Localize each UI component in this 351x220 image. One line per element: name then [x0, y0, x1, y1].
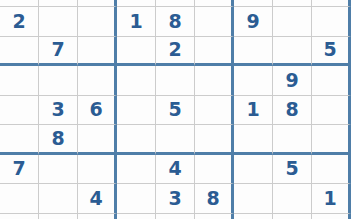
- cell-r7c9-empty[interactable]: [312, 155, 351, 185]
- cell-r9c8-empty[interactable]: [273, 214, 312, 220]
- cell-r5c1-empty[interactable]: [0, 96, 39, 126]
- cell-r7c2-empty[interactable]: [39, 155, 78, 185]
- cell-r4c5-empty[interactable]: [156, 66, 195, 96]
- cell-r1c1-empty[interactable]: [0, 0, 39, 7]
- cell-r9c1-empty[interactable]: [0, 214, 39, 220]
- cell-r2c6-empty[interactable]: [195, 7, 234, 37]
- cell-r2c5-given[interactable]: 8: [156, 7, 195, 37]
- cell-r6c7-empty[interactable]: [234, 125, 273, 155]
- cell-r9c9-empty[interactable]: [312, 214, 351, 220]
- cell-r7c1-given[interactable]: 7: [0, 155, 39, 185]
- cell-r7c6-empty[interactable]: [195, 155, 234, 185]
- cell-r3c6-empty[interactable]: [195, 37, 234, 67]
- cell-r5c6-empty[interactable]: [195, 96, 234, 126]
- cell-r8c6-given[interactable]: 8: [195, 184, 234, 214]
- cell-r5c4-empty[interactable]: [117, 96, 156, 126]
- cell-r4c4-empty[interactable]: [117, 66, 156, 96]
- cell-r7c8-given[interactable]: 5: [273, 155, 312, 185]
- cell-r5c9-empty[interactable]: [312, 96, 351, 126]
- cell-r1c5-empty[interactable]: [156, 0, 195, 7]
- cell-r8c5-given[interactable]: 3: [156, 184, 195, 214]
- cell-r8c1-empty[interactable]: [0, 184, 39, 214]
- cell-r6c3-empty[interactable]: [78, 125, 117, 155]
- cell-r8c8-empty[interactable]: [273, 184, 312, 214]
- cell-r3c7-empty[interactable]: [234, 37, 273, 67]
- cell-r2c2-empty[interactable]: [39, 7, 78, 37]
- cell-r4c2-empty[interactable]: [39, 66, 78, 96]
- cell-r4c1-empty[interactable]: [0, 66, 39, 96]
- cell-r9c3-empty[interactable]: [78, 214, 117, 220]
- cell-r3c8-empty[interactable]: [273, 37, 312, 67]
- cell-r6c9-empty[interactable]: [312, 125, 351, 155]
- cell-r7c5-given[interactable]: 4: [156, 155, 195, 185]
- cell-r5c5-given[interactable]: 5: [156, 96, 195, 126]
- cell-r5c7-given[interactable]: 1: [234, 96, 273, 126]
- sudoku-viewport: 218972593651887454381: [0, 0, 351, 219]
- cell-r9c4-empty[interactable]: [117, 214, 156, 220]
- cell-r6c1-empty[interactable]: [0, 125, 39, 155]
- cell-r1c2-empty[interactable]: [39, 0, 78, 7]
- cell-r4c3-empty[interactable]: [78, 66, 117, 96]
- cell-r8c7-empty[interactable]: [234, 184, 273, 214]
- cell-r1c6-empty[interactable]: [195, 0, 234, 7]
- cell-r2c7-given[interactable]: 9: [234, 7, 273, 37]
- cell-r1c8-empty[interactable]: [273, 0, 312, 7]
- cell-r8c9-given[interactable]: 1: [312, 184, 351, 214]
- cell-r3c9-given[interactable]: 5: [312, 37, 351, 67]
- cell-r2c8-empty[interactable]: [273, 7, 312, 37]
- cell-r7c7-empty[interactable]: [234, 155, 273, 185]
- cell-r8c4-empty[interactable]: [117, 184, 156, 214]
- cell-r3c4-empty[interactable]: [117, 37, 156, 67]
- cell-r1c3-empty[interactable]: [78, 0, 117, 7]
- cell-r5c3-given[interactable]: 6: [78, 96, 117, 126]
- cell-r4c7-empty[interactable]: [234, 66, 273, 96]
- cell-r4c9-empty[interactable]: [312, 66, 351, 96]
- cell-r3c2-given[interactable]: 7: [39, 37, 78, 67]
- cell-r6c2-given[interactable]: 8: [39, 125, 78, 155]
- cell-r2c9-empty[interactable]: [312, 7, 351, 37]
- cell-r3c5-given[interactable]: 2: [156, 37, 195, 67]
- cell-r9c2-empty[interactable]: [39, 214, 78, 220]
- cell-r6c4-empty[interactable]: [117, 125, 156, 155]
- cell-r6c5-empty[interactable]: [156, 125, 195, 155]
- cell-r2c4-given[interactable]: 1: [117, 7, 156, 37]
- cell-r8c2-empty[interactable]: [39, 184, 78, 214]
- cell-r5c2-given[interactable]: 3: [39, 96, 78, 126]
- cell-r2c1-given[interactable]: 2: [0, 7, 39, 37]
- cell-r7c3-empty[interactable]: [78, 155, 117, 185]
- cell-r9c5-empty[interactable]: [156, 214, 195, 220]
- cell-r1c7-empty[interactable]: [234, 0, 273, 7]
- cell-r5c8-given[interactable]: 8: [273, 96, 312, 126]
- cell-r7c4-empty[interactable]: [117, 155, 156, 185]
- cell-r2c3-empty[interactable]: [78, 7, 117, 37]
- cell-r1c9-empty[interactable]: [312, 0, 351, 7]
- cell-r4c6-empty[interactable]: [195, 66, 234, 96]
- sudoku-board: 218972593651887454381: [0, 0, 351, 219]
- cell-r8c3-given[interactable]: 4: [78, 184, 117, 214]
- cell-r3c3-empty[interactable]: [78, 37, 117, 67]
- cell-r4c8-given[interactable]: 9: [273, 66, 312, 96]
- cell-r6c6-empty[interactable]: [195, 125, 234, 155]
- cell-r6c8-empty[interactable]: [273, 125, 312, 155]
- cell-r9c7-empty[interactable]: [234, 214, 273, 220]
- cell-r3c1-empty[interactable]: [0, 37, 39, 67]
- cell-r9c6-empty[interactable]: [195, 214, 234, 220]
- cell-r1c4-empty[interactable]: [117, 0, 156, 7]
